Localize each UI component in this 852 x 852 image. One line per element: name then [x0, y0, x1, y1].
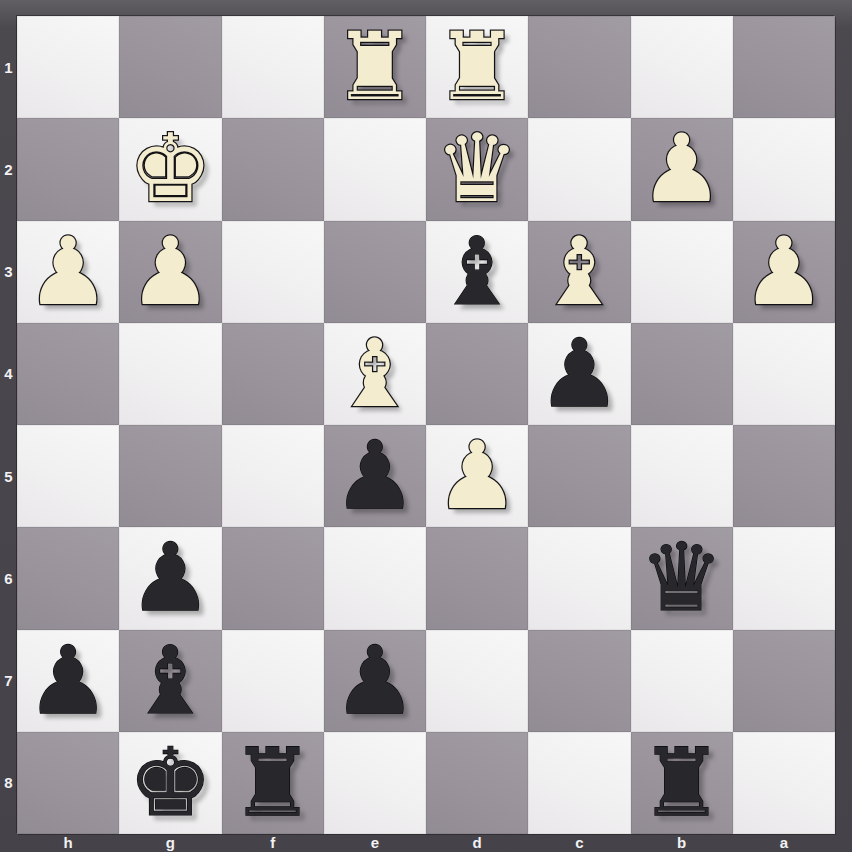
rank-labels: 12345678 — [0, 16, 17, 834]
black-pawn[interactable]: ♟ — [537, 323, 621, 425]
square-d4[interactable] — [426, 323, 528, 425]
square-f7[interactable] — [222, 630, 324, 732]
white-pawn[interactable]: ♟ — [639, 118, 723, 220]
square-b4[interactable] — [631, 323, 733, 425]
square-b1[interactable] — [631, 16, 733, 118]
square-h5[interactable] — [17, 425, 119, 527]
square-b7[interactable] — [631, 630, 733, 732]
square-f2[interactable] — [222, 118, 324, 220]
rank-label-5: 5 — [0, 425, 17, 527]
square-d1[interactable]: ♜ — [426, 16, 528, 118]
black-rook[interactable]: ♜ — [230, 732, 314, 834]
square-a2[interactable] — [733, 118, 835, 220]
square-b5[interactable] — [631, 425, 733, 527]
square-e4[interactable]: ♝ — [324, 323, 426, 425]
square-d5[interactable]: ♟ — [426, 425, 528, 527]
square-h1[interactable] — [17, 16, 119, 118]
square-f1[interactable] — [222, 16, 324, 118]
file-label-d: d — [426, 834, 528, 852]
square-d8[interactable] — [426, 732, 528, 834]
square-c7[interactable] — [528, 630, 630, 732]
black-rook[interactable]: ♜ — [639, 732, 723, 834]
square-c4[interactable]: ♟ — [528, 323, 630, 425]
square-h4[interactable] — [17, 323, 119, 425]
square-e3[interactable] — [324, 221, 426, 323]
white-king[interactable]: ♚ — [128, 118, 212, 220]
square-f3[interactable] — [222, 221, 324, 323]
black-king[interactable]: ♚ — [128, 732, 212, 834]
file-label-b: b — [631, 834, 733, 852]
black-pawn[interactable]: ♟ — [333, 630, 417, 732]
white-bishop[interactable]: ♝ — [537, 221, 621, 323]
square-e2[interactable] — [324, 118, 426, 220]
file-label-e: e — [324, 834, 426, 852]
file-label-a: a — [733, 834, 835, 852]
file-label-h: h — [17, 834, 119, 852]
square-h2[interactable] — [17, 118, 119, 220]
chess-board-frame: 12345678 ♜♜♚♛♟♟♟♝♝♟♝♟♟♟♟♛♟♝♟♚♜♜ hgfedcba — [0, 0, 852, 852]
square-d7[interactable] — [426, 630, 528, 732]
square-b6[interactable]: ♛ — [631, 527, 733, 629]
white-bishop[interactable]: ♝ — [333, 323, 417, 425]
square-f6[interactable] — [222, 527, 324, 629]
rank-label-1: 1 — [0, 16, 17, 118]
square-b3[interactable] — [631, 221, 733, 323]
square-d3[interactable]: ♝ — [426, 221, 528, 323]
square-g4[interactable] — [119, 323, 221, 425]
square-c3[interactable]: ♝ — [528, 221, 630, 323]
square-e6[interactable] — [324, 527, 426, 629]
square-e5[interactable]: ♟ — [324, 425, 426, 527]
file-labels: hgfedcba — [17, 834, 835, 852]
square-h8[interactable] — [17, 732, 119, 834]
white-pawn[interactable]: ♟ — [26, 221, 110, 323]
square-e7[interactable]: ♟ — [324, 630, 426, 732]
square-h6[interactable] — [17, 527, 119, 629]
square-d6[interactable] — [426, 527, 528, 629]
square-a5[interactable] — [733, 425, 835, 527]
chess-board: ♜♜♚♛♟♟♟♝♝♟♝♟♟♟♟♛♟♝♟♚♜♜ — [17, 16, 835, 834]
black-pawn[interactable]: ♟ — [333, 425, 417, 527]
file-label-f: f — [222, 834, 324, 852]
square-e1[interactable]: ♜ — [324, 16, 426, 118]
square-g5[interactable] — [119, 425, 221, 527]
rank-label-6: 6 — [0, 527, 17, 629]
rank-label-4: 4 — [0, 323, 17, 425]
white-rook[interactable]: ♜ — [435, 16, 519, 118]
square-b2[interactable]: ♟ — [631, 118, 733, 220]
square-e8[interactable] — [324, 732, 426, 834]
black-queen[interactable]: ♛ — [639, 527, 723, 629]
square-g1[interactable] — [119, 16, 221, 118]
square-a6[interactable] — [733, 527, 835, 629]
square-f5[interactable] — [222, 425, 324, 527]
square-g6[interactable]: ♟ — [119, 527, 221, 629]
square-f8[interactable]: ♜ — [222, 732, 324, 834]
file-label-g: g — [119, 834, 221, 852]
white-pawn[interactable]: ♟ — [128, 221, 212, 323]
rank-label-3: 3 — [0, 221, 17, 323]
white-rook[interactable]: ♜ — [333, 16, 417, 118]
rank-label-2: 2 — [0, 118, 17, 220]
rank-label-8: 8 — [0, 732, 17, 834]
white-queen[interactable]: ♛ — [435, 118, 519, 220]
square-a7[interactable] — [733, 630, 835, 732]
square-c1[interactable] — [528, 16, 630, 118]
square-a8[interactable] — [733, 732, 835, 834]
black-bishop[interactable]: ♝ — [128, 630, 212, 732]
square-h3[interactable]: ♟ — [17, 221, 119, 323]
black-bishop[interactable]: ♝ — [435, 221, 519, 323]
square-b8[interactable]: ♜ — [631, 732, 733, 834]
rank-label-7: 7 — [0, 630, 17, 732]
square-g2[interactable]: ♚ — [119, 118, 221, 220]
square-c6[interactable] — [528, 527, 630, 629]
square-a1[interactable] — [733, 16, 835, 118]
white-pawn[interactable]: ♟ — [742, 221, 826, 323]
white-pawn[interactable]: ♟ — [435, 425, 519, 527]
square-d2[interactable]: ♛ — [426, 118, 528, 220]
square-f4[interactable] — [222, 323, 324, 425]
black-pawn[interactable]: ♟ — [26, 630, 110, 732]
square-c5[interactable] — [528, 425, 630, 527]
square-a4[interactable] — [733, 323, 835, 425]
square-h7[interactable]: ♟ — [17, 630, 119, 732]
square-c8[interactable] — [528, 732, 630, 834]
square-g7[interactable]: ♝ — [119, 630, 221, 732]
square-c2[interactable] — [528, 118, 630, 220]
square-a3[interactable]: ♟ — [733, 221, 835, 323]
file-label-c: c — [528, 834, 630, 852]
black-pawn[interactable]: ♟ — [128, 527, 212, 629]
square-g8[interactable]: ♚ — [119, 732, 221, 834]
square-g3[interactable]: ♟ — [119, 221, 221, 323]
